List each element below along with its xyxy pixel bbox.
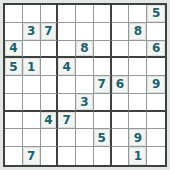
- sudoku-cell-r9c4[interactable]: [58, 147, 76, 165]
- sudoku-cell-r8c4[interactable]: [58, 129, 76, 147]
- sudoku-cell-r9c2[interactable]: 7: [23, 147, 41, 165]
- sudoku-cell-r3c3[interactable]: [41, 41, 59, 59]
- sudoku-cell-r9c5[interactable]: [76, 147, 94, 165]
- sudoku-cell-r5c8[interactable]: [129, 76, 147, 94]
- sudoku-cell-r3c7[interactable]: [112, 41, 130, 59]
- sudoku-cell-r5c4[interactable]: [58, 76, 76, 94]
- sudoku-cell-r6c5[interactable]: 3: [76, 94, 94, 112]
- sudoku-cell-r8c1[interactable]: [5, 129, 23, 147]
- sudoku-cell-r1c5[interactable]: [76, 5, 94, 23]
- sudoku-cell-r6c2[interactable]: [23, 94, 41, 112]
- sudoku-cell-r8c5[interactable]: [76, 129, 94, 147]
- sudoku-cell-r6c8[interactable]: [129, 94, 147, 112]
- sudoku-cell-r9c3[interactable]: [41, 147, 59, 165]
- sudoku-cell-r1c6[interactable]: [94, 5, 112, 23]
- sudoku-cell-r9c7[interactable]: [112, 147, 130, 165]
- sudoku-cell-r4c7[interactable]: [112, 58, 130, 76]
- sudoku-cell-r6c1[interactable]: [5, 94, 23, 112]
- sudoku-cell-r3c9[interactable]: 6: [147, 41, 165, 59]
- sudoku-cell-r3c2[interactable]: [23, 41, 41, 59]
- sudoku-cell-r4c5[interactable]: [76, 58, 94, 76]
- sudoku-cell-r1c9[interactable]: 5: [147, 5, 165, 23]
- sudoku-cell-r5c5[interactable]: [76, 76, 94, 94]
- sudoku-cell-r9c1[interactable]: [5, 147, 23, 165]
- sudoku-cell-r6c9[interactable]: [147, 94, 165, 112]
- sudoku-cell-r8c9[interactable]: [147, 129, 165, 147]
- sudoku-cell-r2c2[interactable]: 3: [23, 23, 41, 41]
- sudoku-cell-r2c1[interactable]: [5, 23, 23, 41]
- sudoku-cell-r1c3[interactable]: [41, 5, 59, 23]
- sudoku-cell-r4c9[interactable]: [147, 58, 165, 76]
- sudoku-cell-r2c6[interactable]: [94, 23, 112, 41]
- sudoku-cell-r4c6[interactable]: [94, 58, 112, 76]
- sudoku-cell-r2c4[interactable]: [58, 23, 76, 41]
- sudoku-cell-r4c4[interactable]: 4: [58, 58, 76, 76]
- sudoku-cell-r1c8[interactable]: [129, 5, 147, 23]
- sudoku-cell-r2c9[interactable]: [147, 23, 165, 41]
- sudoku-cell-r8c8[interactable]: 9: [129, 129, 147, 147]
- sudoku-cell-r7c6[interactable]: [94, 112, 112, 130]
- sudoku-cell-r7c7[interactable]: [112, 112, 130, 130]
- sudoku-cell-r5c6[interactable]: 7: [94, 76, 112, 94]
- sudoku-cell-r9c9[interactable]: [147, 147, 165, 165]
- sudoku-cell-r3c1[interactable]: 4: [5, 41, 23, 59]
- sudoku-cell-r9c6[interactable]: [94, 147, 112, 165]
- sudoku-cell-r2c3[interactable]: 7: [41, 23, 59, 41]
- sudoku-cell-r3c5[interactable]: 8: [76, 41, 94, 59]
- sudoku-cell-r7c1[interactable]: [5, 112, 23, 130]
- sudoku-cell-r2c7[interactable]: [112, 23, 130, 41]
- sudoku-cell-r5c7[interactable]: 6: [112, 76, 130, 94]
- sudoku-cell-r2c8[interactable]: 8: [129, 23, 147, 41]
- sudoku-cell-r1c4[interactable]: [58, 5, 76, 23]
- sudoku-cell-r9c8[interactable]: 1: [129, 147, 147, 165]
- sudoku-cell-r7c5[interactable]: [76, 112, 94, 130]
- sudoku-cell-r6c3[interactable]: [41, 94, 59, 112]
- sudoku-cell-r4c2[interactable]: 1: [23, 58, 41, 76]
- sudoku-cell-r6c7[interactable]: [112, 94, 130, 112]
- sudoku-cell-r1c7[interactable]: [112, 5, 130, 23]
- sudoku-cell-r5c9[interactable]: 9: [147, 76, 165, 94]
- sudoku-cell-r1c2[interactable]: [23, 5, 41, 23]
- sudoku-cell-r4c1[interactable]: 5: [5, 58, 23, 76]
- sudoku-cell-r4c3[interactable]: [41, 58, 59, 76]
- sudoku-cell-r8c2[interactable]: [23, 129, 41, 147]
- sudoku-cell-r3c8[interactable]: [129, 41, 147, 59]
- sudoku-cell-r5c3[interactable]: [41, 76, 59, 94]
- sudoku-cell-r1c1[interactable]: [5, 5, 23, 23]
- sudoku-cell-r5c2[interactable]: [23, 76, 41, 94]
- sudoku-cell-r2c5[interactable]: [76, 23, 94, 41]
- sudoku-cell-r6c4[interactable]: [58, 94, 76, 112]
- sudoku-cell-r4c8[interactable]: [129, 58, 147, 76]
- sudoku-cell-r7c3[interactable]: 4: [41, 112, 59, 130]
- sudoku-cell-r7c4[interactable]: 7: [58, 112, 76, 130]
- sudoku-cell-r7c8[interactable]: [129, 112, 147, 130]
- sudoku-cell-r8c6[interactable]: 5: [94, 129, 112, 147]
- sudoku-cell-r3c4[interactable]: [58, 41, 76, 59]
- sudoku-board: 53784865147693475971: [3, 3, 167, 167]
- sudoku-cell-r5c1[interactable]: [5, 76, 23, 94]
- sudoku-cell-r7c9[interactable]: [147, 112, 165, 130]
- sudoku-cell-r6c6[interactable]: [94, 94, 112, 112]
- sudoku-cell-r8c3[interactable]: [41, 129, 59, 147]
- sudoku-cell-r7c2[interactable]: [23, 112, 41, 130]
- sudoku-cell-r3c6[interactable]: [94, 41, 112, 59]
- sudoku-cell-r8c7[interactable]: [112, 129, 130, 147]
- sudoku-page: { "game": "sudoku", "position": "0000000…: [0, 0, 170, 170]
